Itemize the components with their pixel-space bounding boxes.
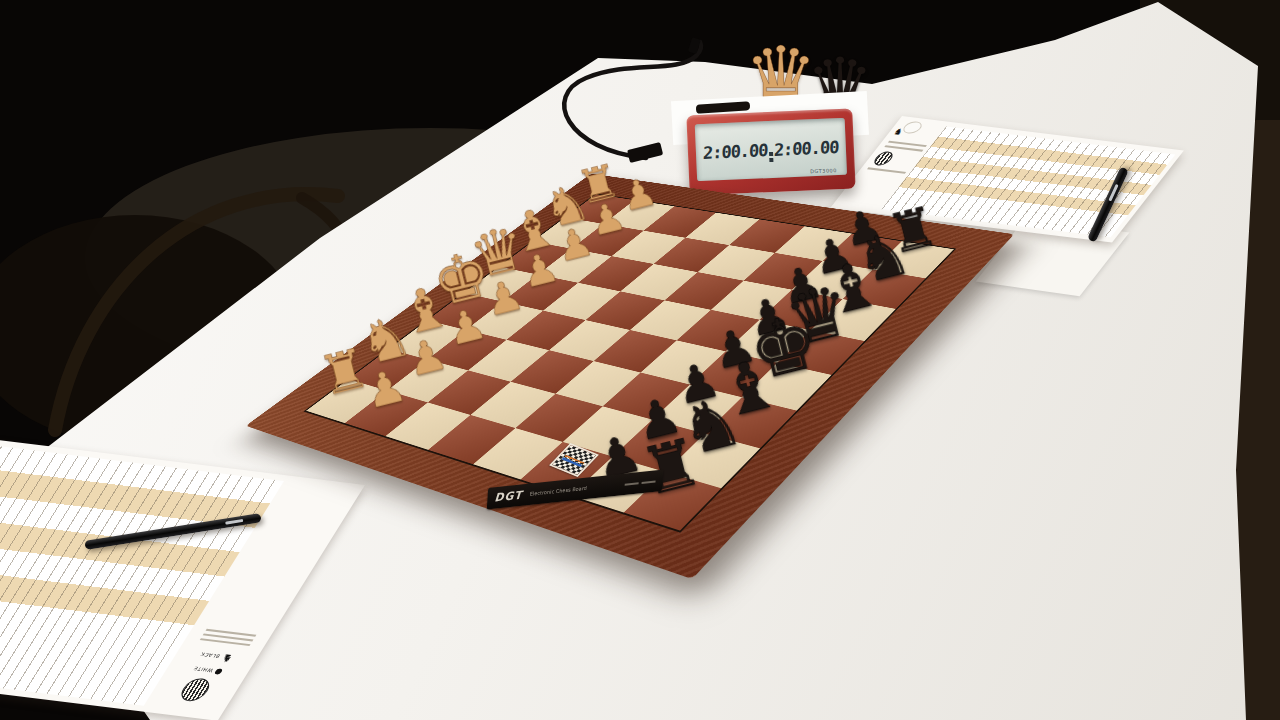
knight-icon: ♞ [219,652,235,663]
square-c3 [578,256,654,291]
square-e1 [427,293,503,330]
dgt-plate-subtitle: Electronic Chess Board [530,485,588,498]
pen-clip [225,519,243,525]
black-side-row: ♞ BLACK [197,650,235,664]
piece-white-pawn-f2: ♟ [413,250,508,359]
square-f1 [389,320,466,359]
square-b4 [654,238,730,272]
piece-white-pawn-d2: ♟ [489,197,580,301]
piece-white-pawn-c2: ♟ [524,172,613,274]
square-c1 [499,242,571,275]
square-d1 [464,267,538,302]
square-b3 [612,231,686,264]
white-label: WHITE [192,666,214,674]
square-a2 [604,200,675,231]
square-c5 [665,272,744,310]
square-b5 [698,245,775,281]
square-a7 [823,234,902,270]
square-b6 [744,253,823,290]
piece-white-bishop-f1: ♝ [374,242,467,349]
square-e2 [466,302,543,340]
square-c4 [620,264,697,300]
header-lines [196,626,260,649]
piece-white-pawn-b2: ♟ [558,148,645,248]
piece-white-pawn-a2: ♟ [591,125,676,223]
white-dot-icon [214,668,223,674]
piece-black-pawn-b7: ♟ [778,177,875,289]
square-b1 [533,217,604,248]
piece-white-king-e1: ♚ [413,216,504,320]
square-d3 [543,283,620,320]
dgt-logo-text: DGT [494,488,523,504]
square-a6 [775,226,852,261]
tournament-table-scene: WHITE ♞ BLACK ♞ ♛ ♛ [0,0,1280,720]
piece-white-knight-b1: ♞ [520,143,605,241]
square-b2 [571,224,643,256]
square-a4 [685,213,759,245]
piece-white-rook-a1: ♜ [553,121,636,217]
piece-white-bishop-c1: ♝ [486,166,573,266]
square-d4 [586,291,665,330]
piece-white-pawn-e2: ♟ [452,223,545,330]
square-a1 [565,194,634,224]
white-side-row: WHITE [192,666,223,675]
square-a5 [729,219,805,253]
black-label: BLACK [199,652,221,660]
square-d2 [503,275,579,311]
piece-white-pawn-g2: ♟ [372,278,469,390]
piece-white-queen-d1: ♛ [450,190,539,292]
square-a3 [644,206,716,237]
dgt-plate-marks [625,480,656,485]
square-c2 [538,249,612,283]
tournament-logo [176,677,214,702]
